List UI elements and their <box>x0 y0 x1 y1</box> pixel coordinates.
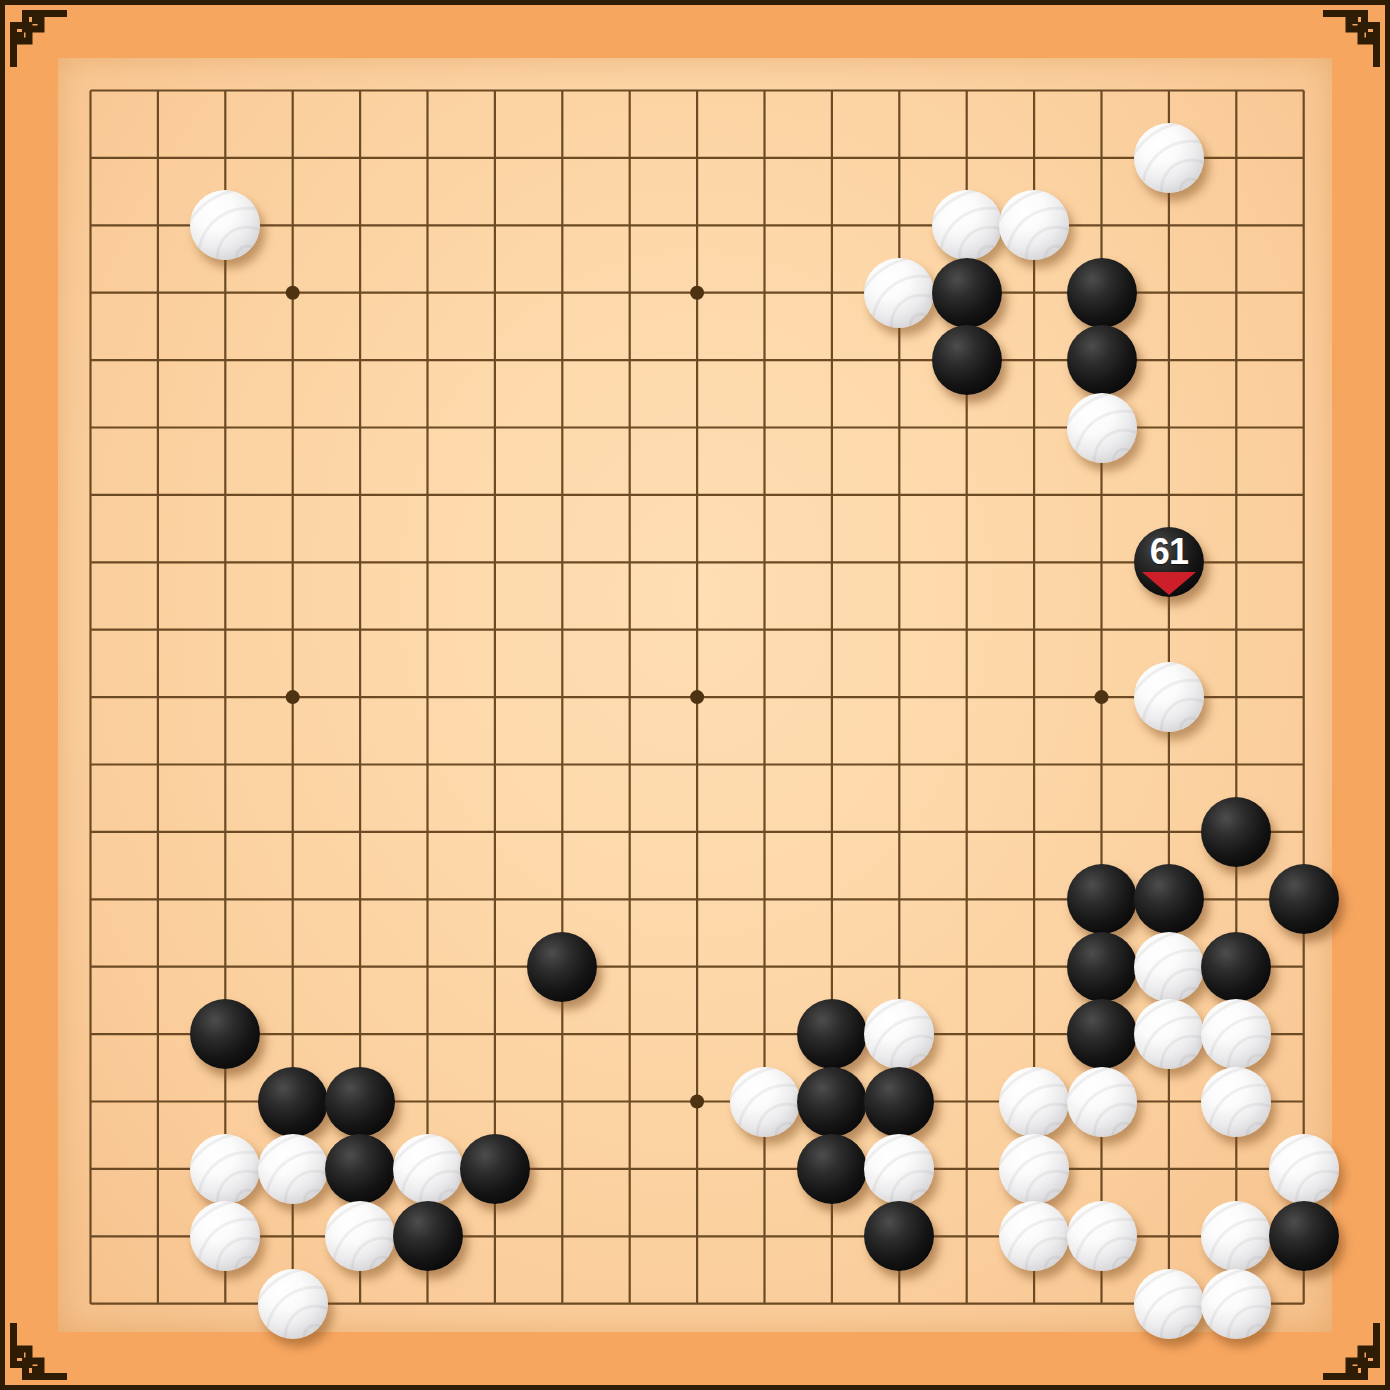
white-stone: ○ <box>999 1134 1069 1204</box>
white-stone: ○ <box>864 1134 934 1204</box>
corner-ornament-icon <box>1297 1297 1385 1385</box>
black-stone: ● <box>1067 999 1137 1069</box>
white-stone: ○ <box>1201 1269 1271 1339</box>
black-stone: ●61 <box>1134 527 1204 597</box>
black-stone: ● <box>932 258 1002 328</box>
move-number-label: 61 <box>1134 531 1204 573</box>
black-stone: ● <box>190 999 260 1069</box>
white-stone: ○ <box>999 190 1069 260</box>
black-stone: ● <box>527 932 597 1002</box>
white-stone: ○ <box>1134 662 1204 732</box>
black-stone: ● <box>864 1067 934 1137</box>
black-stone: ● <box>1067 258 1137 328</box>
go-board-screenshot: ○○○○○●●●●○●61○●●●●●●○●●●○●○○●●○●●○○○○○●○… <box>0 0 1390 1390</box>
black-stone: ● <box>932 325 1002 395</box>
white-stone: ○ <box>1067 393 1137 463</box>
white-stone: ○ <box>730 1067 800 1137</box>
black-stone: ● <box>797 1134 867 1204</box>
black-stone: ● <box>1067 325 1137 395</box>
white-stone: ○ <box>1201 999 1271 1069</box>
last-move-marker-icon <box>1142 572 1196 595</box>
white-stone: ○ <box>932 190 1002 260</box>
black-stone: ● <box>797 1067 867 1137</box>
black-stone: ● <box>460 1134 530 1204</box>
black-stone: ● <box>1067 864 1137 934</box>
black-stone: ● <box>1201 797 1271 867</box>
white-stone: ○ <box>864 258 934 328</box>
corner-ornament-icon <box>5 1297 93 1385</box>
white-stone: ○ <box>1134 123 1204 193</box>
white-stone: ○ <box>1067 1201 1137 1271</box>
white-stone: ○ <box>1201 1201 1271 1271</box>
black-stone: ● <box>393 1201 463 1271</box>
white-stone: ○ <box>1067 1067 1137 1137</box>
black-stone: ● <box>1269 1201 1339 1271</box>
board-frame: ○○○○○●●●●○●61○●●●●●●○●●●○●○○●●○●●○○○○○●○… <box>0 0 1390 1390</box>
white-stone: ○ <box>258 1269 328 1339</box>
black-stone: ● <box>1269 864 1339 934</box>
white-stone: ○ <box>1269 1134 1339 1204</box>
black-stone: ● <box>1134 864 1204 934</box>
white-stone: ○ <box>393 1134 463 1204</box>
corner-ornament-icon <box>1297 5 1385 93</box>
white-stone: ○ <box>864 999 934 1069</box>
black-stone: ● <box>1201 932 1271 1002</box>
white-stone: ○ <box>1134 1269 1204 1339</box>
white-stone: ○ <box>1134 932 1204 1002</box>
white-stone: ○ <box>190 1134 260 1204</box>
white-stone: ○ <box>325 1201 395 1271</box>
white-stone: ○ <box>190 1201 260 1271</box>
black-stone: ● <box>325 1134 395 1204</box>
black-stone: ● <box>864 1201 934 1271</box>
white-stone: ○ <box>1201 1067 1271 1137</box>
stones-layer[interactable]: ○○○○○●●●●○●61○●●●●●●○●●●○●○○●●○●●○○○○○●○… <box>5 5 1385 1385</box>
corner-ornament-icon <box>5 5 93 93</box>
white-stone: ○ <box>190 190 260 260</box>
white-stone: ○ <box>999 1067 1069 1137</box>
black-stone: ● <box>797 999 867 1069</box>
black-stone: ● <box>1067 932 1137 1002</box>
black-stone: ● <box>258 1067 328 1137</box>
white-stone: ○ <box>258 1134 328 1204</box>
black-stone: ● <box>325 1067 395 1137</box>
white-stone: ○ <box>999 1201 1069 1271</box>
white-stone: ○ <box>1134 999 1204 1069</box>
